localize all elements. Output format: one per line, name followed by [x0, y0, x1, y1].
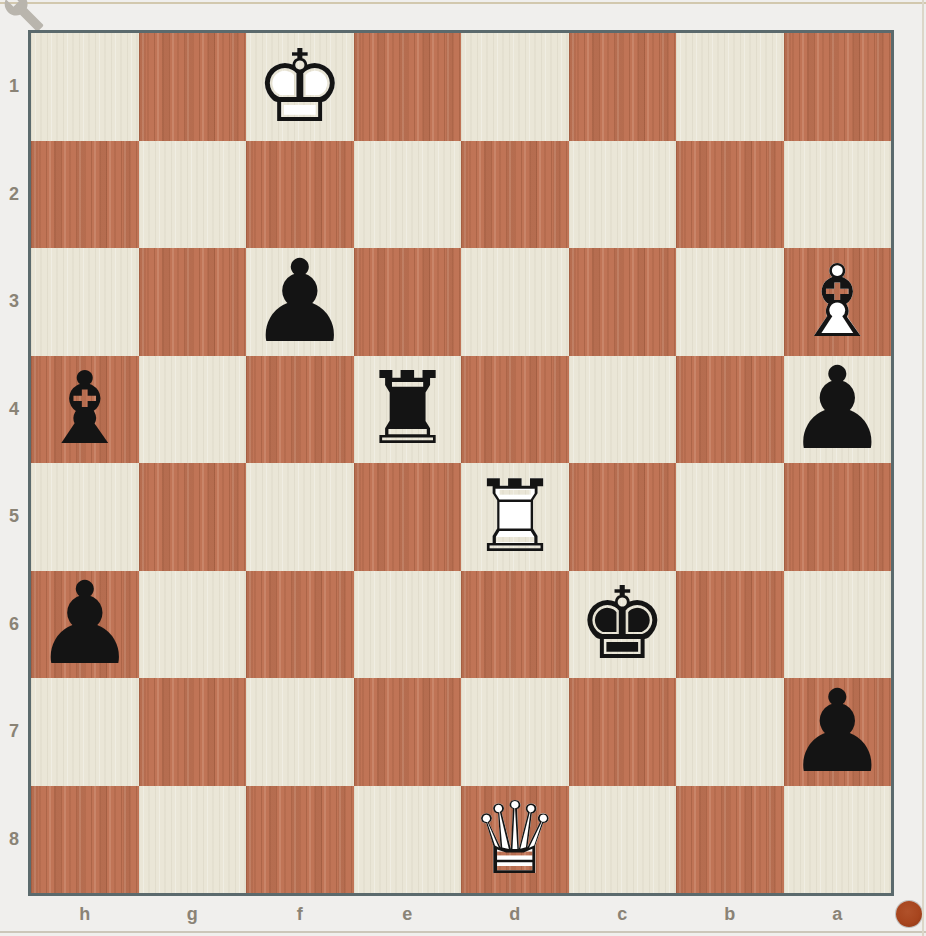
square-f7[interactable] [246, 678, 354, 786]
white-rook-fill: ♜ [461, 463, 569, 571]
square-a8[interactable] [784, 786, 892, 894]
square-f1[interactable]: ♚♔ [246, 33, 354, 141]
square-b3[interactable] [676, 248, 784, 356]
file-label-a: a [784, 899, 892, 929]
right-edge-line [922, 0, 924, 936]
white-king-fill: ♚ [246, 33, 354, 141]
square-b8[interactable] [676, 786, 784, 894]
white-queen[interactable]: ♕ [461, 786, 569, 894]
square-d4[interactable] [461, 356, 569, 464]
file-label-e: e [354, 899, 462, 929]
square-g8[interactable] [139, 786, 247, 894]
square-h5[interactable] [31, 463, 139, 571]
bottom-divider [0, 931, 926, 933]
square-f8[interactable] [246, 786, 354, 894]
rank-label-1: 1 [0, 33, 28, 141]
file-labels: hgfedcba [31, 899, 891, 929]
white-king[interactable]: ♔ [246, 33, 354, 141]
rank-label-6: 6 [0, 571, 28, 679]
square-h3[interactable] [31, 248, 139, 356]
square-g7[interactable] [139, 678, 247, 786]
square-b1[interactable] [676, 33, 784, 141]
black-pawn[interactable]: ♟ [784, 356, 892, 464]
square-g2[interactable] [139, 141, 247, 249]
square-d6[interactable] [461, 571, 569, 679]
square-h7[interactable] [31, 678, 139, 786]
square-a7[interactable]: ♟ [784, 678, 892, 786]
rank-label-3: 3 [0, 248, 28, 356]
square-h1[interactable] [31, 33, 139, 141]
square-e7[interactable] [354, 678, 462, 786]
file-label-d: d [461, 899, 569, 929]
square-d1[interactable] [461, 33, 569, 141]
square-f5[interactable] [246, 463, 354, 571]
rank-labels: 12345678 [0, 33, 28, 893]
square-e6[interactable] [354, 571, 462, 679]
square-d3[interactable] [461, 248, 569, 356]
black-king[interactable]: ♚ [569, 571, 677, 679]
file-label-f: f [246, 899, 354, 929]
square-c1[interactable] [569, 33, 677, 141]
rank-label-7: 7 [0, 678, 28, 786]
white-rook[interactable]: ♖ [461, 463, 569, 571]
square-e5[interactable] [354, 463, 462, 571]
square-c8[interactable] [569, 786, 677, 894]
square-f4[interactable] [246, 356, 354, 464]
rank-label-8: 8 [0, 786, 28, 894]
square-d8[interactable]: ♛♕ [461, 786, 569, 894]
square-g4[interactable] [139, 356, 247, 464]
square-d7[interactable] [461, 678, 569, 786]
black-rook[interactable]: ♜ [354, 356, 462, 464]
square-e2[interactable] [354, 141, 462, 249]
rank-label-5: 5 [0, 463, 28, 571]
square-h2[interactable] [31, 141, 139, 249]
square-g6[interactable] [139, 571, 247, 679]
square-e3[interactable] [354, 248, 462, 356]
square-f2[interactable] [246, 141, 354, 249]
white-queen-fill: ♛ [461, 786, 569, 894]
square-a2[interactable] [784, 141, 892, 249]
file-label-g: g [139, 899, 247, 929]
square-e4[interactable]: ♜ [354, 356, 462, 464]
square-e1[interactable] [354, 33, 462, 141]
square-b4[interactable] [676, 356, 784, 464]
rank-label-2: 2 [0, 141, 28, 249]
square-h4[interactable]: ♝ [31, 356, 139, 464]
square-c7[interactable] [569, 678, 677, 786]
white-bishop[interactable]: ♗ [784, 248, 892, 356]
square-c2[interactable] [569, 141, 677, 249]
square-c6[interactable]: ♚ [569, 571, 677, 679]
square-e8[interactable] [354, 786, 462, 894]
file-label-c: c [569, 899, 677, 929]
square-c5[interactable] [569, 463, 677, 571]
square-a5[interactable] [784, 463, 892, 571]
file-label-h: h [31, 899, 139, 929]
square-a4[interactable]: ♟ [784, 356, 892, 464]
square-g5[interactable] [139, 463, 247, 571]
top-divider [0, 2, 926, 4]
file-label-b: b [676, 899, 784, 929]
square-b6[interactable] [676, 571, 784, 679]
square-d5[interactable]: ♜♖ [461, 463, 569, 571]
black-pawn[interactable]: ♟ [784, 678, 892, 786]
square-h8[interactable] [31, 786, 139, 894]
square-c4[interactable] [569, 356, 677, 464]
white-bishop-fill: ♝ [784, 248, 892, 356]
square-d2[interactable] [461, 141, 569, 249]
rank-label-4: 4 [0, 356, 28, 464]
square-a3[interactable]: ♝♗ [784, 248, 892, 356]
turn-indicator-dot [896, 901, 922, 927]
square-g3[interactable] [139, 248, 247, 356]
square-b7[interactable] [676, 678, 784, 786]
square-b5[interactable] [676, 463, 784, 571]
black-bishop[interactable]: ♝ [31, 356, 139, 464]
square-f6[interactable] [246, 571, 354, 679]
square-a1[interactable] [784, 33, 892, 141]
square-f3[interactable]: ♟ [246, 248, 354, 356]
wrench-icon[interactable] [3, 0, 45, 33]
square-b2[interactable] [676, 141, 784, 249]
chess-board[interactable]: ♚♔♟♝♗♝♜♟♜♖♟♚♟♛♕ [28, 30, 894, 896]
black-pawn[interactable]: ♟ [31, 571, 139, 679]
square-a6[interactable] [784, 571, 892, 679]
black-pawn[interactable]: ♟ [246, 248, 354, 356]
square-c3[interactable] [569, 248, 677, 356]
square-h6[interactable]: ♟ [31, 571, 139, 679]
square-g1[interactable] [139, 33, 247, 141]
